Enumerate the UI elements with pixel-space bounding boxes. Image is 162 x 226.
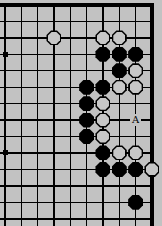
intersection-S16[interactable] (127, 46, 143, 62)
intersection-T19[interactable] (144, 0, 160, 13)
intersection-M7[interactable] (30, 194, 46, 210)
intersection-R7[interactable] (111, 194, 127, 210)
black-stone-R15[interactable] (112, 63, 127, 78)
go-board: A (0, 0, 160, 226)
intersection-L8[interactable] (13, 178, 29, 194)
intersection-S8[interactable] (127, 178, 143, 194)
intersection-P6[interactable] (78, 210, 94, 226)
black-stone-Q10[interactable] (95, 145, 110, 160)
intersection-R19[interactable] (111, 0, 127, 13)
intersection-T13[interactable] (144, 95, 160, 111)
intersection-Q7[interactable] (95, 194, 111, 210)
intersection-S13[interactable] (127, 95, 143, 111)
intersection-R17[interactable] (111, 30, 127, 46)
intersection-L18[interactable] (13, 13, 29, 29)
intersection-M10[interactable] (30, 145, 46, 161)
intersection-S17[interactable] (127, 30, 143, 46)
intersection-P8[interactable] (78, 178, 94, 194)
white-stone-R10[interactable] (112, 145, 127, 160)
intersection-K11[interactable] (0, 128, 13, 144)
intersection-R14[interactable] (111, 79, 127, 95)
intersection-P19[interactable] (78, 0, 94, 13)
black-stone-P11[interactable] (79, 129, 94, 144)
intersection-Q19[interactable] (95, 0, 111, 13)
intersection-Q6[interactable] (95, 210, 111, 226)
intersection-R9[interactable] (111, 161, 127, 177)
intersection-R10[interactable] (111, 145, 127, 161)
intersection-N12[interactable] (46, 112, 62, 128)
intersection-T12[interactable] (144, 112, 160, 128)
intersection-O15[interactable] (62, 63, 78, 79)
white-stone-S14[interactable] (128, 80, 143, 95)
intersection-L19[interactable] (13, 0, 29, 13)
intersection-S6[interactable] (127, 210, 143, 226)
intersection-N16[interactable] (46, 46, 62, 62)
black-stone-R16[interactable] (112, 47, 127, 62)
go-diagram-screenshot: A (0, 0, 162, 226)
black-stone-P12[interactable] (79, 113, 94, 128)
intersection-K9[interactable] (0, 161, 13, 177)
intersection-M17[interactable] (30, 30, 46, 46)
intersection-R12[interactable] (111, 112, 127, 128)
intersection-N17[interactable] (46, 30, 62, 46)
intersection-Q10[interactable] (95, 145, 111, 161)
intersection-L11[interactable] (13, 128, 29, 144)
intersection-P7[interactable] (78, 194, 94, 210)
white-stone-S10[interactable] (128, 145, 143, 160)
intersection-L7[interactable] (13, 194, 29, 210)
intersection-O13[interactable] (62, 95, 78, 111)
white-stone-Q17[interactable] (95, 30, 110, 45)
black-stone-Q9[interactable] (95, 162, 110, 177)
intersection-Q11[interactable] (95, 128, 111, 144)
intersection-Q14[interactable] (95, 79, 111, 95)
white-stone-R17[interactable] (112, 30, 127, 45)
intersection-Q13[interactable] (95, 95, 111, 111)
intersection-M9[interactable] (30, 161, 46, 177)
intersection-R13[interactable] (111, 95, 127, 111)
intersection-P14[interactable] (78, 79, 94, 95)
intersection-N15[interactable] (46, 63, 62, 79)
intersection-R16[interactable] (111, 46, 127, 62)
intersection-P15[interactable] (78, 63, 94, 79)
intersection-Q16[interactable] (95, 46, 111, 62)
intersection-T10[interactable] (144, 145, 160, 161)
white-stone-N17[interactable] (46, 30, 61, 45)
black-stone-S9[interactable] (128, 162, 143, 177)
intersection-L10[interactable] (13, 145, 29, 161)
intersection-M16[interactable] (30, 46, 46, 62)
intersection-O6[interactable] (62, 210, 78, 226)
intersection-P18[interactable] (78, 13, 94, 29)
white-stone-Q12[interactable] (95, 113, 110, 128)
intersection-S15[interactable] (127, 63, 143, 79)
intersection-Q8[interactable] (95, 178, 111, 194)
intersection-R15[interactable] (111, 63, 127, 79)
intersection-M8[interactable] (30, 178, 46, 194)
intersection-N18[interactable] (46, 13, 62, 29)
intersection-Q9[interactable] (95, 161, 111, 177)
intersection-L17[interactable] (13, 30, 29, 46)
intersection-O18[interactable] (62, 13, 78, 29)
intersection-O7[interactable] (62, 194, 78, 210)
intersection-N11[interactable] (46, 128, 62, 144)
intersection-S14[interactable] (127, 79, 143, 95)
star-point-K16 (3, 52, 8, 57)
intersection-O16[interactable] (62, 46, 78, 62)
intersection-T6[interactable] (144, 210, 160, 226)
intersection-M15[interactable] (30, 63, 46, 79)
intersection-N10[interactable] (46, 145, 62, 161)
intersection-M12[interactable] (30, 112, 46, 128)
black-stone-Q14[interactable] (95, 80, 110, 95)
intersection-M19[interactable] (30, 0, 46, 13)
intersection-Q15[interactable] (95, 63, 111, 79)
intersection-S12[interactable]: A (127, 112, 143, 128)
intersection-R8[interactable] (111, 178, 127, 194)
black-stone-S7[interactable] (128, 195, 143, 210)
intersection-M11[interactable] (30, 128, 46, 144)
intersection-O9[interactable] (62, 161, 78, 177)
white-stone-R14[interactable] (112, 80, 127, 95)
intersection-O14[interactable] (62, 79, 78, 95)
intersection-K16[interactable] (0, 46, 13, 62)
intersection-P16[interactable] (78, 46, 94, 62)
point-label-A[interactable]: A (130, 114, 141, 126)
intersection-T15[interactable] (144, 63, 160, 79)
intersection-K10[interactable] (0, 145, 13, 161)
intersection-R18[interactable] (111, 13, 127, 29)
intersection-T18[interactable] (144, 13, 160, 29)
intersection-O17[interactable] (62, 30, 78, 46)
intersection-T17[interactable] (144, 30, 160, 46)
intersection-S11[interactable] (127, 128, 143, 144)
intersection-M6[interactable] (30, 210, 46, 226)
white-stone-T9[interactable] (144, 162, 159, 177)
intersection-P12[interactable] (78, 112, 94, 128)
intersection-T8[interactable] (144, 178, 160, 194)
intersection-O11[interactable] (62, 128, 78, 144)
intersection-R11[interactable] (111, 128, 127, 144)
black-stone-P14[interactable] (79, 80, 94, 95)
black-stone-P13[interactable] (79, 96, 94, 111)
intersection-L16[interactable] (13, 46, 29, 62)
intersection-K19[interactable] (0, 0, 13, 13)
intersection-S19[interactable] (127, 0, 143, 13)
intersection-T9[interactable] (144, 161, 160, 177)
intersection-K8[interactable] (0, 178, 13, 194)
white-stone-S15[interactable] (128, 63, 143, 78)
intersection-S18[interactable] (127, 13, 143, 29)
intersection-M13[interactable] (30, 95, 46, 111)
intersection-L12[interactable] (13, 112, 29, 128)
intersection-L15[interactable] (13, 63, 29, 79)
intersection-K15[interactable] (0, 63, 13, 79)
intersection-N6[interactable] (46, 210, 62, 226)
intersection-N14[interactable] (46, 79, 62, 95)
star-point-K10 (3, 150, 8, 155)
intersection-K12[interactable] (0, 112, 13, 128)
intersection-Q18[interactable] (95, 13, 111, 29)
intersection-P13[interactable] (78, 95, 94, 111)
intersection-K17[interactable] (0, 30, 13, 46)
intersection-T11[interactable] (144, 128, 160, 144)
intersection-T14[interactable] (144, 79, 160, 95)
intersection-O10[interactable] (62, 145, 78, 161)
intersection-O8[interactable] (62, 178, 78, 194)
intersection-R6[interactable] (111, 210, 127, 226)
black-stone-Q16[interactable] (95, 47, 110, 62)
intersection-M14[interactable] (30, 79, 46, 95)
intersection-S7[interactable] (127, 194, 143, 210)
intersection-S10[interactable] (127, 145, 143, 161)
black-stone-S16[interactable] (128, 47, 143, 62)
black-stone-R9[interactable] (112, 162, 127, 177)
intersection-K14[interactable] (0, 79, 13, 95)
intersection-Q17[interactable] (95, 30, 111, 46)
intersection-L13[interactable] (13, 95, 29, 111)
intersection-P17[interactable] (78, 30, 94, 46)
intersection-O12[interactable] (62, 112, 78, 128)
intersection-N13[interactable] (46, 95, 62, 111)
intersection-P9[interactable] (78, 161, 94, 177)
intersection-K6[interactable] (0, 210, 13, 226)
intersection-N9[interactable] (46, 161, 62, 177)
intersection-S9[interactable] (127, 161, 143, 177)
white-stone-Q13[interactable] (95, 96, 110, 111)
intersection-Q12[interactable] (95, 112, 111, 128)
intersection-T16[interactable] (144, 46, 160, 62)
intersection-N8[interactable] (46, 178, 62, 194)
intersection-L6[interactable] (13, 210, 29, 226)
intersection-P11[interactable] (78, 128, 94, 144)
white-stone-Q11[interactable] (95, 129, 110, 144)
intersection-T7[interactable] (144, 194, 160, 210)
intersection-K18[interactable] (0, 13, 13, 29)
intersection-N7[interactable] (46, 194, 62, 210)
intersection-L14[interactable] (13, 79, 29, 95)
intersection-K7[interactable] (0, 194, 13, 210)
intersection-N19[interactable] (46, 0, 62, 13)
intersection-L9[interactable] (13, 161, 29, 177)
intersection-M18[interactable] (30, 13, 46, 29)
intersection-K13[interactable] (0, 95, 13, 111)
intersection-O19[interactable] (62, 0, 78, 13)
intersection-P10[interactable] (78, 145, 94, 161)
